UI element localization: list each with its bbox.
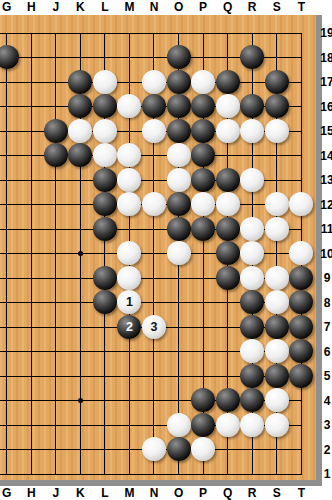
white-stone-R6 bbox=[240, 339, 264, 363]
intersection-J14[interactable] bbox=[44, 143, 69, 168]
intersection-M18[interactable] bbox=[117, 45, 142, 70]
intersection-S5[interactable] bbox=[264, 364, 289, 389]
intersection-L1[interactable] bbox=[93, 462, 118, 480]
intersection-O10[interactable] bbox=[166, 241, 191, 266]
intersection-H8[interactable] bbox=[19, 290, 44, 315]
intersection-S19[interactable] bbox=[264, 21, 289, 46]
row-label-2: 2 bbox=[324, 443, 331, 457]
intersection-K7[interactable] bbox=[68, 315, 93, 340]
intersection-S14[interactable] bbox=[264, 143, 289, 168]
black-stone-Q13 bbox=[216, 168, 240, 192]
intersection-O8[interactable] bbox=[166, 290, 191, 315]
intersection-N4[interactable] bbox=[142, 388, 167, 413]
column-labels-bottom-Q: Q bbox=[223, 487, 232, 500]
intersection-M13[interactable] bbox=[117, 168, 142, 193]
intersection-K18[interactable] bbox=[68, 45, 93, 70]
intersection-O5[interactable] bbox=[166, 364, 191, 389]
intersection-L14[interactable] bbox=[93, 143, 118, 168]
white-stone-M12 bbox=[117, 192, 141, 216]
intersection-M3[interactable] bbox=[117, 413, 142, 438]
white-stone-P12 bbox=[191, 192, 215, 216]
intersection-N13[interactable] bbox=[142, 168, 167, 193]
intersection-G11[interactable] bbox=[0, 217, 19, 242]
intersection-M17[interactable] bbox=[117, 70, 142, 95]
intersection-K16[interactable] bbox=[68, 94, 93, 119]
go-board: 123 bbox=[0, 15, 316, 480]
intersection-O17[interactable] bbox=[166, 70, 191, 95]
intersection-T14[interactable] bbox=[289, 143, 314, 168]
intersection-M6[interactable] bbox=[117, 339, 142, 364]
intersection-P9[interactable] bbox=[191, 266, 216, 291]
intersection-K12[interactable] bbox=[68, 192, 93, 217]
intersection-S6[interactable] bbox=[264, 339, 289, 364]
intersection-Q19[interactable] bbox=[215, 21, 240, 46]
intersection-T16[interactable] bbox=[289, 94, 314, 119]
intersection-N10[interactable] bbox=[142, 241, 167, 266]
intersection-R16[interactable] bbox=[240, 94, 265, 119]
intersection-J7[interactable] bbox=[44, 315, 69, 340]
intersection-P2[interactable] bbox=[191, 437, 216, 462]
intersection-O1[interactable] bbox=[166, 462, 191, 480]
intersection-O2[interactable] bbox=[166, 437, 191, 462]
intersection-M16[interactable] bbox=[117, 94, 142, 119]
black-stone-R5 bbox=[240, 364, 264, 388]
intersection-H5[interactable] bbox=[19, 364, 44, 389]
intersection-L9[interactable] bbox=[93, 266, 118, 291]
intersection-P10[interactable] bbox=[191, 241, 216, 266]
intersection-T10[interactable] bbox=[289, 241, 314, 266]
intersection-J18[interactable] bbox=[44, 45, 69, 70]
intersection-P13[interactable] bbox=[191, 168, 216, 193]
intersection-R2[interactable] bbox=[240, 437, 265, 462]
black-stone-P16 bbox=[191, 94, 215, 118]
intersection-H7[interactable] bbox=[19, 315, 44, 340]
intersection-M1[interactable] bbox=[117, 462, 142, 480]
black-stone-O15 bbox=[167, 119, 191, 143]
intersection-P16[interactable] bbox=[191, 94, 216, 119]
intersection-M12[interactable] bbox=[117, 192, 142, 217]
intersection-T15[interactable] bbox=[289, 119, 314, 144]
intersection-T13[interactable] bbox=[289, 168, 314, 193]
intersection-P15[interactable] bbox=[191, 119, 216, 144]
intersection-Q9[interactable] bbox=[215, 266, 240, 291]
black-stone-M7: 2 bbox=[117, 315, 141, 339]
intersection-S3[interactable] bbox=[264, 413, 289, 438]
white-stone-S6 bbox=[265, 339, 289, 363]
intersection-S13[interactable] bbox=[264, 168, 289, 193]
white-stone-M8: 1 bbox=[117, 290, 141, 314]
intersection-P19[interactable] bbox=[191, 21, 216, 46]
intersection-H2[interactable] bbox=[19, 437, 44, 462]
intersection-S9[interactable] bbox=[264, 266, 289, 291]
intersection-S16[interactable] bbox=[264, 94, 289, 119]
intersection-Q1[interactable] bbox=[215, 462, 240, 480]
intersection-H10[interactable] bbox=[19, 241, 44, 266]
intersection-T3[interactable] bbox=[289, 413, 314, 438]
intersection-N12[interactable] bbox=[142, 192, 167, 217]
black-stone-Q9 bbox=[216, 266, 240, 290]
intersection-S18[interactable] bbox=[264, 45, 289, 70]
intersection-P18[interactable] bbox=[191, 45, 216, 70]
intersection-R11[interactable] bbox=[240, 217, 265, 242]
intersection-S7[interactable] bbox=[264, 315, 289, 340]
intersection-T2[interactable] bbox=[289, 437, 314, 462]
intersection-P14[interactable] bbox=[191, 143, 216, 168]
intersection-M15[interactable] bbox=[117, 119, 142, 144]
intersection-Q10[interactable] bbox=[215, 241, 240, 266]
intersection-R7[interactable] bbox=[240, 315, 265, 340]
intersection-O7[interactable] bbox=[166, 315, 191, 340]
intersection-N16[interactable] bbox=[142, 94, 167, 119]
intersection-P5[interactable] bbox=[191, 364, 216, 389]
intersection-T11[interactable] bbox=[289, 217, 314, 242]
white-stone-Q16 bbox=[216, 94, 240, 118]
intersection-M14[interactable] bbox=[117, 143, 142, 168]
intersection-J6[interactable] bbox=[44, 339, 69, 364]
intersection-H18[interactable] bbox=[19, 45, 44, 70]
intersection-Q15[interactable] bbox=[215, 119, 240, 144]
intersection-P12[interactable] bbox=[191, 192, 216, 217]
intersection-S11[interactable] bbox=[264, 217, 289, 242]
intersection-R18[interactable] bbox=[240, 45, 265, 70]
intersection-L4[interactable] bbox=[93, 388, 118, 413]
intersection-G15[interactable] bbox=[0, 119, 19, 144]
intersection-R10[interactable] bbox=[240, 241, 265, 266]
intersection-G9[interactable] bbox=[0, 266, 19, 291]
intersection-G4[interactable] bbox=[0, 388, 19, 413]
intersection-S15[interactable] bbox=[264, 119, 289, 144]
intersection-G7[interactable] bbox=[0, 315, 19, 340]
intersection-Q13[interactable] bbox=[215, 168, 240, 193]
intersection-K8[interactable] bbox=[68, 290, 93, 315]
intersection-K15[interactable] bbox=[68, 119, 93, 144]
intersection-T9[interactable] bbox=[289, 266, 314, 291]
intersection-K10[interactable] bbox=[68, 241, 93, 266]
black-stone-L12 bbox=[93, 192, 117, 216]
intersection-O18[interactable] bbox=[166, 45, 191, 70]
intersection-S1[interactable] bbox=[264, 462, 289, 480]
intersection-J1[interactable] bbox=[44, 462, 69, 480]
intersection-R5[interactable] bbox=[240, 364, 265, 389]
black-stone-L9 bbox=[93, 266, 117, 290]
intersection-M5[interactable] bbox=[117, 364, 142, 389]
intersection-J2[interactable] bbox=[44, 437, 69, 462]
intersection-J16[interactable] bbox=[44, 94, 69, 119]
intersection-J11[interactable] bbox=[44, 217, 69, 242]
intersection-J19[interactable] bbox=[44, 21, 69, 46]
intersection-L2[interactable] bbox=[93, 437, 118, 462]
intersection-G14[interactable] bbox=[0, 143, 19, 168]
black-stone-O18 bbox=[167, 45, 191, 69]
intersection-O3[interactable] bbox=[166, 413, 191, 438]
intersection-H19[interactable] bbox=[19, 21, 44, 46]
intersection-P4[interactable] bbox=[191, 388, 216, 413]
intersection-G6[interactable] bbox=[0, 339, 19, 364]
star-point-K4 bbox=[78, 398, 83, 403]
intersection-M9[interactable] bbox=[117, 266, 142, 291]
intersection-G2[interactable] bbox=[0, 437, 19, 462]
intersection-L8[interactable] bbox=[93, 290, 118, 315]
intersection-T7[interactable] bbox=[289, 315, 314, 340]
intersection-Q14[interactable] bbox=[215, 143, 240, 168]
intersection-J13[interactable] bbox=[44, 168, 69, 193]
intersection-T8[interactable] bbox=[289, 290, 314, 315]
intersection-J15[interactable] bbox=[44, 119, 69, 144]
intersection-M19[interactable] bbox=[117, 21, 142, 46]
intersection-R6[interactable] bbox=[240, 339, 265, 364]
intersection-G12[interactable] bbox=[0, 192, 19, 217]
intersection-K17[interactable] bbox=[68, 70, 93, 95]
intersection-Q17[interactable] bbox=[215, 70, 240, 95]
intersection-H15[interactable] bbox=[19, 119, 44, 144]
intersection-N7[interactable]: 3 bbox=[142, 315, 167, 340]
black-stone-O16 bbox=[167, 94, 191, 118]
column-labels-top-P: P bbox=[199, 1, 207, 14]
intersection-K19[interactable] bbox=[68, 21, 93, 46]
row-label-9: 9 bbox=[324, 271, 331, 285]
intersection-L6[interactable] bbox=[93, 339, 118, 364]
intersection-O13[interactable] bbox=[166, 168, 191, 193]
intersection-K13[interactable] bbox=[68, 168, 93, 193]
intersection-L19[interactable] bbox=[93, 21, 118, 46]
intersection-H4[interactable] bbox=[19, 388, 44, 413]
intersection-N3[interactable] bbox=[142, 413, 167, 438]
intersection-O16[interactable] bbox=[166, 94, 191, 119]
row-label-19: 19 bbox=[320, 26, 332, 40]
intersection-S12[interactable] bbox=[264, 192, 289, 217]
intersection-N1[interactable] bbox=[142, 462, 167, 480]
row-label-16: 16 bbox=[320, 100, 332, 114]
intersection-K14[interactable] bbox=[68, 143, 93, 168]
intersection-Q16[interactable] bbox=[215, 94, 240, 119]
intersection-R4[interactable] bbox=[240, 388, 265, 413]
intersection-S4[interactable] bbox=[264, 388, 289, 413]
row-label-5: 5 bbox=[324, 369, 331, 383]
column-labels-bottom-O: O bbox=[174, 487, 183, 500]
intersection-N11[interactable] bbox=[142, 217, 167, 242]
column-labels-top-M: M bbox=[124, 1, 134, 14]
intersection-S8[interactable] bbox=[264, 290, 289, 315]
intersection-L13[interactable] bbox=[93, 168, 118, 193]
intersection-R13[interactable] bbox=[240, 168, 265, 193]
intersection-R15[interactable] bbox=[240, 119, 265, 144]
intersection-G10[interactable] bbox=[0, 241, 19, 266]
column-labels-bottom-S: S bbox=[273, 487, 281, 500]
black-stone-Q17 bbox=[216, 70, 240, 94]
black-stone-L11 bbox=[93, 217, 117, 241]
intersection-H6[interactable] bbox=[19, 339, 44, 364]
intersection-P11[interactable] bbox=[191, 217, 216, 242]
intersection-Q11[interactable] bbox=[215, 217, 240, 242]
intersection-O9[interactable] bbox=[166, 266, 191, 291]
black-stone-S17 bbox=[265, 70, 289, 94]
intersection-L11[interactable] bbox=[93, 217, 118, 242]
intersection-T19[interactable] bbox=[289, 21, 314, 46]
intersection-L16[interactable] bbox=[93, 94, 118, 119]
intersection-L15[interactable] bbox=[93, 119, 118, 144]
black-stone-S5 bbox=[265, 364, 289, 388]
intersection-M10[interactable] bbox=[117, 241, 142, 266]
intersection-P1[interactable] bbox=[191, 462, 216, 480]
intersection-R19[interactable] bbox=[240, 21, 265, 46]
intersection-L18[interactable] bbox=[93, 45, 118, 70]
intersection-G1[interactable] bbox=[0, 462, 19, 480]
black-stone-R16 bbox=[240, 94, 264, 118]
column-labels-top-J: J bbox=[52, 1, 59, 14]
intersection-M7[interactable]: 2 bbox=[117, 315, 142, 340]
intersection-G18[interactable] bbox=[0, 45, 19, 70]
intersection-L12[interactable] bbox=[93, 192, 118, 217]
intersection-O6[interactable] bbox=[166, 339, 191, 364]
intersection-M4[interactable] bbox=[117, 388, 142, 413]
intersection-L7[interactable] bbox=[93, 315, 118, 340]
intersection-P7[interactable] bbox=[191, 315, 216, 340]
intersection-T6[interactable] bbox=[289, 339, 314, 364]
intersection-L10[interactable] bbox=[93, 241, 118, 266]
intersection-G19[interactable] bbox=[0, 21, 19, 46]
intersection-O12[interactable] bbox=[166, 192, 191, 217]
intersection-T17[interactable] bbox=[289, 70, 314, 95]
intersection-H17[interactable] bbox=[19, 70, 44, 95]
row-label-17: 17 bbox=[320, 75, 332, 89]
intersection-H14[interactable] bbox=[19, 143, 44, 168]
intersection-S17[interactable] bbox=[264, 70, 289, 95]
intersection-G17[interactable] bbox=[0, 70, 19, 95]
intersection-O14[interactable] bbox=[166, 143, 191, 168]
intersection-N15[interactable] bbox=[142, 119, 167, 144]
intersection-T4[interactable] bbox=[289, 388, 314, 413]
intersection-P3[interactable] bbox=[191, 413, 216, 438]
intersection-T5[interactable] bbox=[289, 364, 314, 389]
white-stone-T12 bbox=[289, 192, 313, 216]
white-stone-R13 bbox=[240, 168, 264, 192]
intersection-J8[interactable] bbox=[44, 290, 69, 315]
intersection-R3[interactable] bbox=[240, 413, 265, 438]
intersection-Q7[interactable] bbox=[215, 315, 240, 340]
black-stone-T5 bbox=[289, 364, 313, 388]
white-stone-N15 bbox=[142, 119, 166, 143]
intersection-N19[interactable] bbox=[142, 21, 167, 46]
intersection-J9[interactable] bbox=[44, 266, 69, 291]
intersection-K5[interactable] bbox=[68, 364, 93, 389]
intersection-J3[interactable] bbox=[44, 413, 69, 438]
intersection-O11[interactable] bbox=[166, 217, 191, 242]
intersection-Q6[interactable] bbox=[215, 339, 240, 364]
intersection-H13[interactable] bbox=[19, 168, 44, 193]
intersection-O19[interactable] bbox=[166, 21, 191, 46]
intersection-P6[interactable] bbox=[191, 339, 216, 364]
intersection-G3[interactable] bbox=[0, 413, 19, 438]
column-labels-top-K: K bbox=[76, 1, 85, 14]
intersection-R12[interactable] bbox=[240, 192, 265, 217]
intersection-N6[interactable] bbox=[142, 339, 167, 364]
intersection-T1[interactable] bbox=[289, 462, 314, 480]
intersection-Q2[interactable] bbox=[215, 437, 240, 462]
white-stone-N2 bbox=[142, 437, 166, 461]
intersection-H11[interactable] bbox=[19, 217, 44, 242]
intersection-R8[interactable] bbox=[240, 290, 265, 315]
intersection-K3[interactable] bbox=[68, 413, 93, 438]
intersection-Q3[interactable] bbox=[215, 413, 240, 438]
intersection-Q8[interactable] bbox=[215, 290, 240, 315]
intersection-H1[interactable] bbox=[19, 462, 44, 480]
intersection-G5[interactable] bbox=[0, 364, 19, 389]
intersection-J5[interactable] bbox=[44, 364, 69, 389]
intersection-R17[interactable] bbox=[240, 70, 265, 95]
intersection-J12[interactable] bbox=[44, 192, 69, 217]
intersection-L17[interactable] bbox=[93, 70, 118, 95]
column-labels-top-L: L bbox=[101, 1, 108, 14]
white-stone-S9 bbox=[265, 266, 289, 290]
intersection-S2[interactable] bbox=[264, 437, 289, 462]
intersection-S10[interactable] bbox=[264, 241, 289, 266]
intersection-R1[interactable] bbox=[240, 462, 265, 480]
intersection-M11[interactable] bbox=[117, 217, 142, 242]
intersection-H16[interactable] bbox=[19, 94, 44, 119]
intersection-M2[interactable] bbox=[117, 437, 142, 462]
intersection-K9[interactable] bbox=[68, 266, 93, 291]
intersection-N9[interactable] bbox=[142, 266, 167, 291]
column-labels-bottom-J: J bbox=[52, 487, 59, 500]
intersection-K2[interactable] bbox=[68, 437, 93, 462]
intersection-O15[interactable] bbox=[166, 119, 191, 144]
intersection-Q4[interactable] bbox=[215, 388, 240, 413]
intersection-R9[interactable] bbox=[240, 266, 265, 291]
white-stone-R11 bbox=[240, 217, 264, 241]
intersection-Q5[interactable] bbox=[215, 364, 240, 389]
intersection-Q18[interactable] bbox=[215, 45, 240, 70]
intersection-T12[interactable] bbox=[289, 192, 314, 217]
intersection-M8[interactable]: 1 bbox=[117, 290, 142, 315]
row-label-7: 7 bbox=[324, 320, 331, 334]
row-label-14: 14 bbox=[320, 149, 332, 163]
intersection-H9[interactable] bbox=[19, 266, 44, 291]
black-stone-T7 bbox=[289, 315, 313, 339]
intersection-H3[interactable] bbox=[19, 413, 44, 438]
intersection-P8[interactable] bbox=[191, 290, 216, 315]
intersection-Q12[interactable] bbox=[215, 192, 240, 217]
intersection-K1[interactable] bbox=[68, 462, 93, 480]
intersection-O4[interactable] bbox=[166, 388, 191, 413]
intersection-L3[interactable] bbox=[93, 413, 118, 438]
intersection-K6[interactable] bbox=[68, 339, 93, 364]
intersection-L5[interactable] bbox=[93, 364, 118, 389]
intersection-N5[interactable] bbox=[142, 364, 167, 389]
intersection-G8[interactable] bbox=[0, 290, 19, 315]
intersection-H12[interactable] bbox=[19, 192, 44, 217]
intersection-N17[interactable] bbox=[142, 70, 167, 95]
intersection-G16[interactable] bbox=[0, 94, 19, 119]
intersection-N14[interactable] bbox=[142, 143, 167, 168]
intersection-K4[interactable] bbox=[68, 388, 93, 413]
black-stone-R7 bbox=[240, 315, 264, 339]
intersection-N2[interactable] bbox=[142, 437, 167, 462]
black-stone-K14 bbox=[68, 143, 92, 167]
intersection-N8[interactable] bbox=[142, 290, 167, 315]
intersection-T18[interactable] bbox=[289, 45, 314, 70]
intersection-R14[interactable] bbox=[240, 143, 265, 168]
black-stone-S7 bbox=[265, 315, 289, 339]
column-labels-bottom: GHJKLMNOPQRST bbox=[0, 486, 332, 500]
intersection-J10[interactable] bbox=[44, 241, 69, 266]
black-stone-J14 bbox=[44, 143, 68, 167]
intersection-J17[interactable] bbox=[44, 70, 69, 95]
intersection-P17[interactable] bbox=[191, 70, 216, 95]
intersection-N18[interactable] bbox=[142, 45, 167, 70]
intersection-K11[interactable] bbox=[68, 217, 93, 242]
intersection-J4[interactable] bbox=[44, 388, 69, 413]
intersection-G13[interactable] bbox=[0, 168, 19, 193]
